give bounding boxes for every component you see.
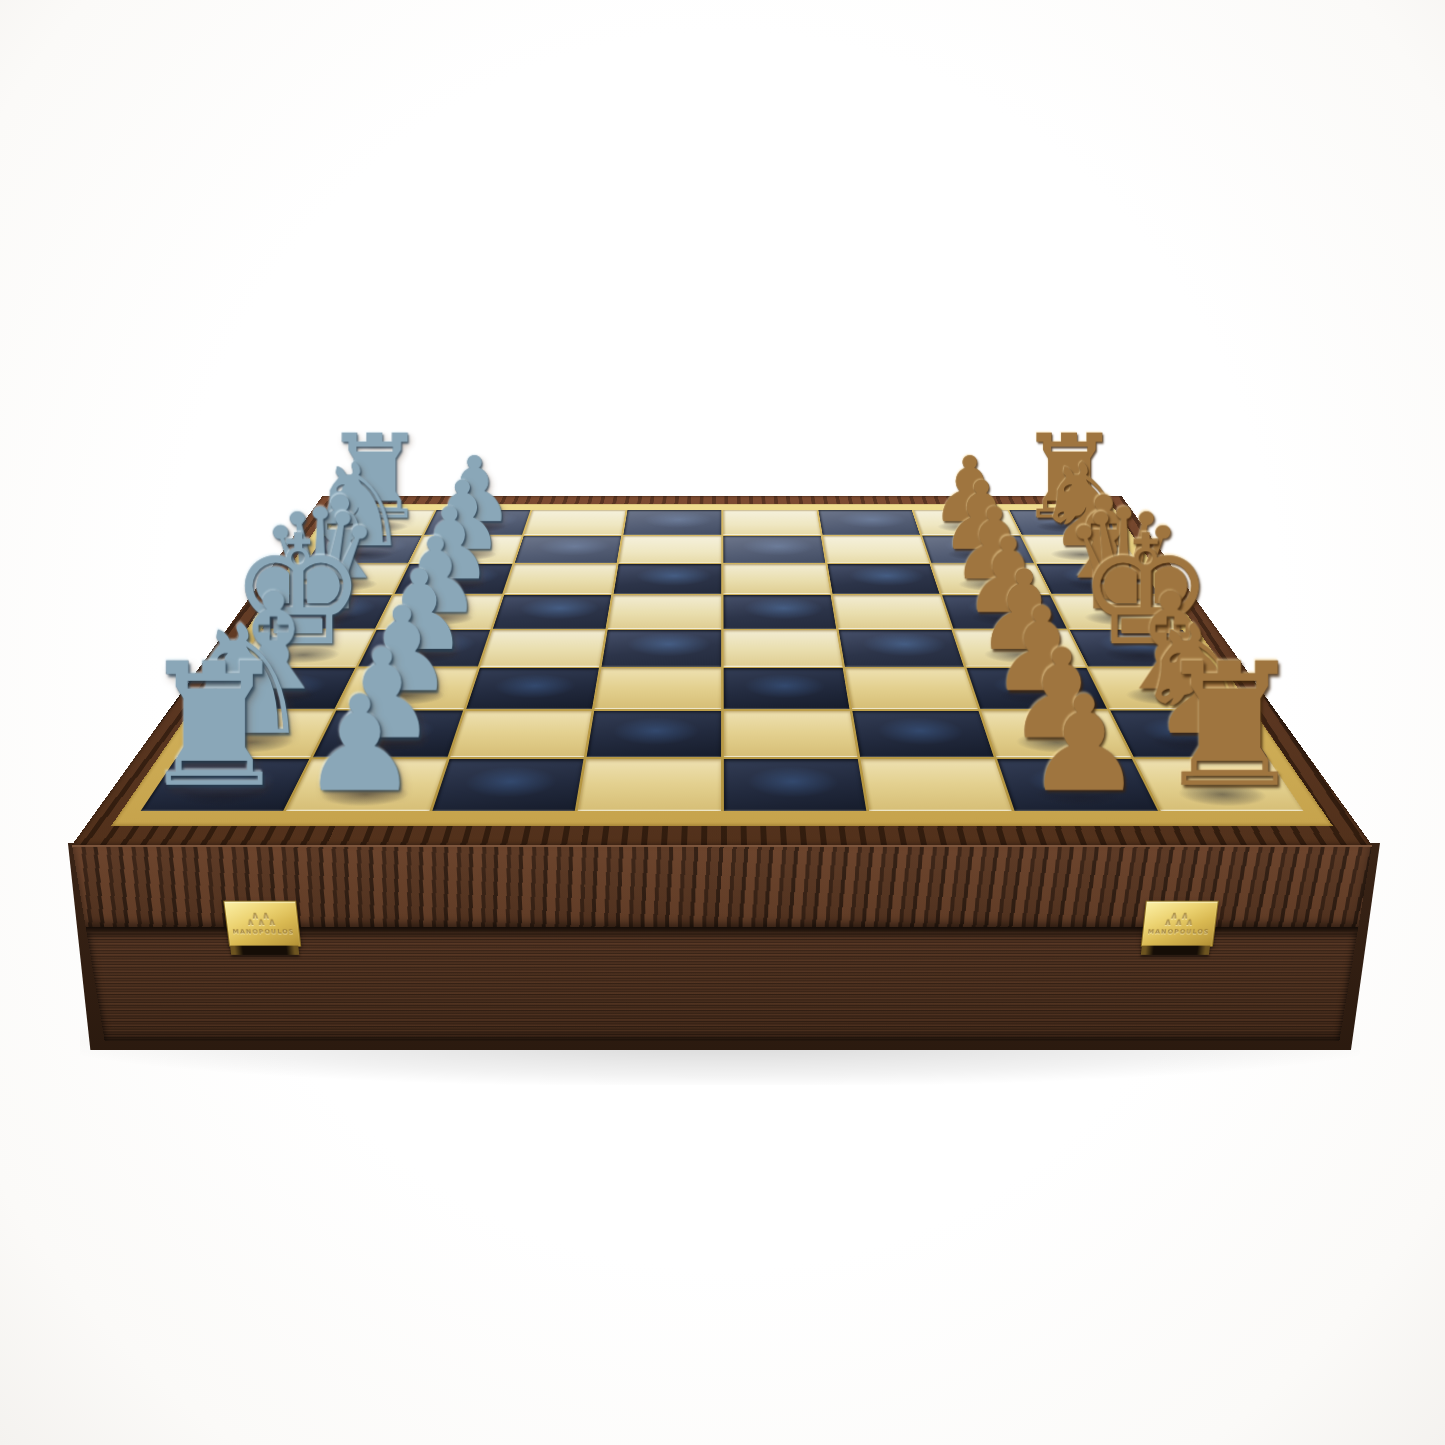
square-r4c5[interactable] xyxy=(839,630,964,667)
chessboard: ♜♟♟♜♞♟♟♞♝♟♟♝♛♟♟♛♚♟♟♚♝♟♟♝♞♟♟♞♜♟♟♜ xyxy=(72,496,1372,845)
square-r2c2[interactable] xyxy=(504,564,616,594)
square-r5c4[interactable] xyxy=(723,668,849,709)
square-r7c6[interactable]: ♟ xyxy=(997,759,1157,811)
square-r5c5[interactable] xyxy=(845,668,978,709)
square-r6c4[interactable] xyxy=(723,711,857,757)
brass-clasp-plate: ∧∧ ∧∧∧ MANOPOULOS xyxy=(1141,901,1219,947)
clasp-latch[interactable] xyxy=(1141,946,1210,955)
blue-rook[interactable]: ♜ xyxy=(138,645,291,807)
board-row-7: ♜♟♟♜ xyxy=(141,759,1304,811)
square-r2c5[interactable] xyxy=(827,564,939,594)
square-r1c5[interactable] xyxy=(823,536,930,563)
logo-tree-row-bottom: ∧∧∧ xyxy=(246,919,279,925)
square-r7c5[interactable] xyxy=(860,759,1012,811)
board-brass-margin: ♜♟♟♜♞♟♟♞♝♟♟♝♛♟♟♛♚♟♟♚♝♟♟♝♞♟♟♞♜♟♟♜ xyxy=(111,504,1332,826)
board-squares: ♜♟♟♜♞♟♟♞♝♟♟♝♛♟♟♛♚♟♟♚♝♟♟♝♞♟♟♞♜♟♟♜ xyxy=(141,510,1304,811)
board-scene: ♜♟♟♜♞♟♟♞♝♟♟♝♛♟♟♛♚♟♟♚♝♟♟♝♞♟♟♞♜♟♟♜ xyxy=(72,105,1372,845)
square-r3c3[interactable] xyxy=(608,595,721,628)
square-r2c3[interactable] xyxy=(614,564,721,594)
brass-clasp-left[interactable]: ∧∧ ∧∧∧ MANOPOULOS xyxy=(223,901,300,955)
square-r6c2[interactable] xyxy=(450,711,592,757)
square-r4c3[interactable] xyxy=(602,630,721,667)
square-r1c3[interactable] xyxy=(619,536,721,563)
square-r3c2[interactable] xyxy=(493,595,611,628)
square-r0c3[interactable] xyxy=(623,510,721,535)
square-r7c4[interactable] xyxy=(723,759,866,811)
clasp-latch[interactable] xyxy=(230,946,299,955)
copper-pawn[interactable]: ♟ xyxy=(1025,681,1144,807)
manopoulos-trees-logo: ∧∧ ∧∧∧ xyxy=(1163,913,1197,926)
clasp-brand-text: MANOPOULOS xyxy=(1147,928,1210,935)
square-r7c0[interactable]: ♜ xyxy=(141,759,310,811)
square-r7c7[interactable]: ♜ xyxy=(1134,759,1303,811)
square-r1c2[interactable] xyxy=(515,536,622,563)
square-r5c2[interactable] xyxy=(466,668,599,709)
square-r1c4[interactable] xyxy=(723,536,825,563)
copper-rook[interactable]: ♜ xyxy=(1153,645,1306,807)
square-r3c5[interactable] xyxy=(833,595,951,628)
blue-pawn[interactable]: ♟ xyxy=(300,681,419,807)
square-r7c3[interactable] xyxy=(578,759,721,811)
product-photo-stage: ∧∧ ∧∧∧ MANOPOULOS ∧∧ ∧∧∧ MANOPOULOS ♜♟ xyxy=(0,0,1445,1445)
clasp-brand-text: MANOPOULOS xyxy=(232,928,295,935)
brass-clasp-plate: ∧∧ ∧∧∧ MANOPOULOS xyxy=(223,901,301,947)
square-r0c2[interactable] xyxy=(524,510,626,535)
square-r6c3[interactable] xyxy=(587,711,721,757)
chess-box-front: ∧∧ ∧∧∧ MANOPOULOS ∧∧ ∧∧∧ MANOPOULOS xyxy=(72,845,1372,1041)
square-r4c4[interactable] xyxy=(723,630,842,667)
square-r3c4[interactable] xyxy=(723,595,836,628)
square-r0c5[interactable] xyxy=(818,510,920,535)
logo-tree-row-bottom: ∧∧∧ xyxy=(1163,919,1196,925)
square-r0c4[interactable] xyxy=(723,510,821,535)
board-wood-rim: ♜♟♟♜♞♟♟♞♝♟♟♝♛♟♟♛♚♟♟♚♝♟♟♝♞♟♟♞♜♟♟♜ xyxy=(72,496,1372,845)
square-r5c3[interactable] xyxy=(595,668,721,709)
manopoulos-trees-logo: ∧∧ ∧∧∧ xyxy=(245,913,279,926)
square-r2c4[interactable] xyxy=(723,564,830,594)
square-r6c5[interactable] xyxy=(852,711,994,757)
square-r7c1[interactable]: ♟ xyxy=(286,759,446,811)
brass-clasp-right[interactable]: ∧∧ ∧∧∧ MANOPOULOS xyxy=(1140,901,1217,955)
square-r7c2[interactable] xyxy=(432,759,584,811)
square-r4c2[interactable] xyxy=(480,630,605,667)
